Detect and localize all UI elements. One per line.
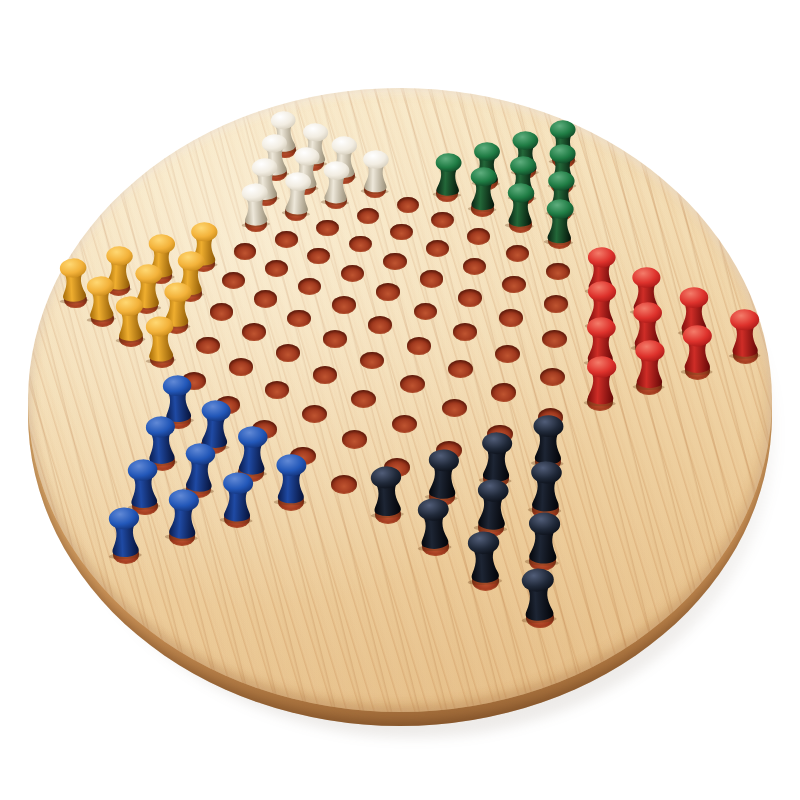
hole[interactable] — [302, 405, 327, 423]
peg-yellow[interactable] — [114, 295, 147, 343]
peg-blue[interactable] — [182, 442, 218, 494]
hole[interactable] — [426, 240, 449, 257]
hole[interactable] — [265, 381, 290, 399]
hole[interactable] — [349, 236, 372, 253]
peg-sprite — [144, 315, 177, 364]
hole[interactable] — [254, 290, 277, 307]
chinese-checkers-board-photo — [0, 0, 800, 800]
peg-sprite — [531, 414, 565, 466]
hole[interactable] — [287, 310, 311, 327]
peg-blue[interactable] — [235, 426, 270, 478]
peg-sprite — [519, 567, 558, 624]
hole[interactable] — [463, 258, 487, 275]
peg-black[interactable] — [465, 531, 503, 587]
peg-green[interactable] — [468, 167, 499, 213]
peg-black[interactable] — [473, 478, 510, 533]
peg-sprite — [525, 511, 563, 566]
peg-black[interactable] — [519, 567, 558, 624]
peg-sprite — [728, 309, 761, 359]
peg-yellow[interactable] — [144, 315, 177, 364]
peg-red[interactable] — [584, 355, 619, 406]
hole[interactable] — [544, 295, 568, 313]
peg-blue[interactable] — [126, 458, 162, 511]
hole[interactable] — [542, 330, 567, 348]
peg-sprite — [415, 497, 452, 552]
peg-blue[interactable] — [106, 506, 143, 560]
peg-sprite — [528, 461, 564, 515]
peg-blue[interactable] — [274, 454, 308, 506]
peg-sprite — [433, 152, 464, 197]
peg-sprite — [633, 340, 667, 391]
hole[interactable] — [351, 390, 376, 408]
peg-sprite — [369, 466, 406, 520]
peg-sprite — [681, 325, 714, 375]
peg-sprite — [281, 171, 312, 217]
peg-blue[interactable] — [165, 488, 201, 541]
hole[interactable] — [265, 260, 288, 277]
peg-yellow[interactable] — [85, 276, 117, 324]
hole[interactable] — [210, 303, 234, 320]
peg-red[interactable] — [728, 309, 761, 359]
peg-sprite — [321, 160, 351, 205]
peg-sprite — [126, 458, 162, 511]
hole[interactable] — [276, 344, 300, 362]
peg-sprite — [360, 149, 389, 193]
peg-black[interactable] — [525, 511, 563, 566]
peg-blue[interactable] — [220, 471, 255, 524]
peg-red[interactable] — [681, 325, 714, 375]
peg-sprite — [584, 355, 619, 406]
hole[interactable] — [316, 220, 339, 237]
peg-sprite — [85, 276, 117, 324]
peg-sprite — [505, 182, 536, 229]
hole[interactable] — [332, 296, 356, 313]
peg-sprite — [479, 431, 514, 484]
hole[interactable] — [234, 243, 257, 260]
peg-sprite — [165, 488, 201, 541]
hole[interactable] — [397, 197, 420, 214]
peg-sprite — [544, 198, 576, 245]
peg-sprite — [182, 442, 218, 494]
peg-black[interactable] — [479, 431, 514, 484]
hole[interactable] — [383, 253, 406, 270]
peg-red[interactable] — [633, 340, 667, 391]
hole[interactable] — [275, 231, 298, 248]
peg-white[interactable] — [281, 171, 312, 217]
peg-sprite — [114, 295, 147, 343]
peg-sprite — [106, 506, 143, 560]
hole[interactable] — [341, 265, 364, 282]
peg-green[interactable] — [433, 152, 464, 197]
hole[interactable] — [467, 228, 490, 245]
peg-black[interactable] — [415, 497, 452, 552]
peg-black[interactable] — [425, 448, 461, 502]
hole[interactable] — [342, 430, 367, 449]
hole[interactable] — [196, 337, 220, 355]
hole[interactable] — [222, 272, 245, 289]
peg-green[interactable] — [544, 198, 576, 245]
hole[interactable] — [313, 366, 338, 384]
hole[interactable] — [495, 345, 520, 363]
hole[interactable] — [499, 309, 523, 327]
hole[interactable] — [298, 278, 321, 295]
hole[interactable] — [242, 323, 266, 341]
hole[interactable] — [546, 263, 570, 280]
hole[interactable] — [448, 360, 473, 378]
peg-black[interactable] — [369, 466, 406, 520]
hole[interactable] — [376, 283, 400, 300]
peg-green[interactable] — [505, 182, 536, 229]
peg-sprite — [235, 426, 270, 478]
peg-white[interactable] — [360, 149, 389, 193]
board — [28, 88, 772, 712]
peg-sprite — [220, 471, 255, 524]
peg-sprite — [425, 448, 461, 502]
hole[interactable] — [491, 383, 516, 401]
hole[interactable] — [420, 270, 444, 287]
peg-white[interactable] — [239, 182, 270, 228]
hole[interactable] — [506, 245, 529, 262]
peg-black[interactable] — [528, 461, 564, 515]
hole[interactable] — [331, 475, 357, 494]
hole[interactable] — [540, 368, 565, 386]
peg-sprite — [468, 167, 499, 213]
hole[interactable] — [458, 289, 482, 307]
hole[interactable] — [323, 330, 347, 348]
peg-white[interactable] — [321, 160, 351, 205]
peg-black[interactable] — [531, 414, 565, 466]
peg-sprite — [465, 531, 503, 587]
hole[interactable] — [400, 375, 425, 393]
peg-sprite — [239, 182, 270, 228]
peg-sprite — [274, 454, 308, 506]
peg-sprite — [473, 478, 510, 533]
